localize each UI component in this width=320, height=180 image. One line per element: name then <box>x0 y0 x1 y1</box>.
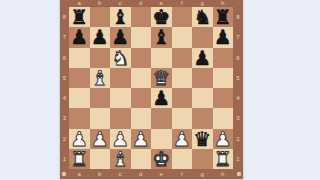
file-label-c: c <box>110 169 131 179</box>
piece-black-rook-a8[interactable]: ♜ <box>70 7 88 27</box>
rank-label-5: 5 <box>233 68 243 88</box>
square-g6[interactable]: ♟ <box>192 48 213 68</box>
square-g8[interactable]: ♞ <box>192 7 213 27</box>
square-f6[interactable] <box>172 48 193 68</box>
piece-white-pawn-h2[interactable]: ♟ <box>214 129 232 149</box>
square-a6[interactable] <box>69 48 90 68</box>
square-f1[interactable] <box>172 149 193 169</box>
square-b2[interactable]: ♟ <box>90 129 111 149</box>
piece-black-bishop-e7[interactable]: ♝ <box>152 27 170 47</box>
piece-white-pawn-c2[interactable]: ♟ <box>111 129 129 149</box>
square-c6[interactable]: ♞ <box>110 48 131 68</box>
square-d7[interactable] <box>131 27 152 47</box>
rank-label-4: 4 <box>233 88 243 108</box>
square-g1[interactable] <box>192 149 213 169</box>
square-c5[interactable] <box>110 68 131 88</box>
square-h5[interactable] <box>213 68 234 88</box>
square-g2[interactable]: ♛ <box>192 129 213 149</box>
square-a7[interactable]: ♟ <box>69 27 90 47</box>
square-a3[interactable] <box>69 108 90 128</box>
rank-label-8: 8 <box>233 7 243 27</box>
file-label-d: d <box>131 169 152 179</box>
square-f8[interactable] <box>172 7 193 27</box>
piece-black-king-e8[interactable]: ♚ <box>152 7 170 27</box>
square-d2[interactable]: ♟ <box>131 129 152 149</box>
rank-label-1: 1 <box>60 149 69 169</box>
rank-labels-left: 87654321 <box>60 7 69 169</box>
file-label-d: d <box>131 0 152 7</box>
chess-board: abcdefgh 87654321 ♜♝♚♞♜♟♟♟♝♟♞♟♝♛♟♟♟♟♟♟♛♟… <box>60 0 243 179</box>
file-label-f: f <box>172 0 193 7</box>
square-f2[interactable]: ♟ <box>172 129 193 149</box>
file-label-g: g <box>192 169 213 179</box>
square-c4[interactable] <box>110 88 131 108</box>
square-e6[interactable] <box>151 48 172 68</box>
square-c8[interactable]: ♝ <box>110 7 131 27</box>
square-g4[interactable] <box>192 88 213 108</box>
piece-black-pawn-b7[interactable]: ♟ <box>91 27 109 47</box>
piece-black-pawn-e4[interactable]: ♟ <box>152 88 170 108</box>
square-b5[interactable]: ♝ <box>90 68 111 88</box>
square-c2[interactable]: ♟ <box>110 129 131 149</box>
piece-white-pawn-d2[interactable]: ♟ <box>132 129 150 149</box>
square-e2[interactable] <box>151 129 172 149</box>
square-g5[interactable] <box>192 68 213 88</box>
piece-black-pawn-h7[interactable]: ♟ <box>214 27 232 47</box>
square-c3[interactable] <box>110 108 131 128</box>
piece-black-knight-g8[interactable]: ♞ <box>193 7 211 27</box>
piece-white-king-e1[interactable]: ♚ <box>152 149 170 169</box>
corner-mark-bottom-left <box>62 172 66 176</box>
piece-white-pawn-f2[interactable]: ♟ <box>173 129 191 149</box>
square-d4[interactable] <box>131 88 152 108</box>
file-label-b: b <box>90 0 111 7</box>
square-a5[interactable] <box>69 68 90 88</box>
square-e3[interactable] <box>151 108 172 128</box>
rank-label-7: 7 <box>60 27 69 47</box>
piece-black-bishop-c8[interactable]: ♝ <box>111 7 129 27</box>
square-f7[interactable] <box>172 27 193 47</box>
rank-label-5: 5 <box>60 68 69 88</box>
file-labels-bottom: abcdefgh <box>69 169 233 179</box>
rank-label-6: 6 <box>233 48 243 68</box>
square-h8[interactable]: ♜ <box>213 7 234 27</box>
square-g3[interactable] <box>192 108 213 128</box>
square-a8[interactable]: ♜ <box>69 7 90 27</box>
square-b8[interactable] <box>90 7 111 27</box>
file-label-f: f <box>172 169 193 179</box>
square-b1[interactable] <box>90 149 111 169</box>
piece-white-bishop-c1[interactable]: ♝ <box>111 149 129 169</box>
piece-black-pawn-a7[interactable]: ♟ <box>70 27 88 47</box>
square-h1[interactable]: ♜ <box>213 149 234 169</box>
square-c7[interactable]: ♟ <box>110 27 131 47</box>
rank-label-3: 3 <box>233 108 243 128</box>
square-e7[interactable]: ♝ <box>151 27 172 47</box>
piece-black-pawn-c7[interactable]: ♟ <box>111 27 129 47</box>
piece-white-rook-h1[interactable]: ♜ <box>214 149 232 169</box>
square-d6[interactable] <box>131 48 152 68</box>
rank-label-8: 8 <box>60 7 69 27</box>
square-f4[interactable] <box>172 88 193 108</box>
square-d3[interactable] <box>131 108 152 128</box>
rank-label-6: 6 <box>60 48 69 68</box>
piece-white-rook-a1[interactable]: ♜ <box>70 149 88 169</box>
piece-black-rook-h8[interactable]: ♜ <box>214 7 232 27</box>
square-d5[interactable] <box>131 68 152 88</box>
square-b7[interactable]: ♟ <box>90 27 111 47</box>
square-a2[interactable]: ♟ <box>69 129 90 149</box>
corner-mark-bottom-right <box>237 172 241 176</box>
piece-white-pawn-a2[interactable]: ♟ <box>70 129 88 149</box>
file-label-a: a <box>69 169 90 179</box>
square-h2[interactable]: ♟ <box>213 129 234 149</box>
square-e1[interactable]: ♚ <box>151 149 172 169</box>
file-label-e: e <box>151 169 172 179</box>
rank-labels-right: 87654321 <box>233 7 243 169</box>
square-f5[interactable] <box>172 68 193 88</box>
page-background: abcdefgh 87654321 ♜♝♚♞♜♟♟♟♝♟♞♟♝♛♟♟♟♟♟♟♛♟… <box>0 0 320 180</box>
square-g7[interactable] <box>192 27 213 47</box>
square-h4[interactable] <box>213 88 234 108</box>
piece-white-bishop-b5[interactable]: ♝ <box>91 68 109 88</box>
file-label-b: b <box>90 169 111 179</box>
rank-label-1: 1 <box>233 149 243 169</box>
file-label-h: h <box>213 169 234 179</box>
rank-label-3: 3 <box>60 108 69 128</box>
square-h7[interactable]: ♟ <box>213 27 234 47</box>
square-f3[interactable] <box>172 108 193 128</box>
square-h6[interactable] <box>213 48 234 68</box>
square-a4[interactable] <box>69 88 90 108</box>
square-c1[interactable]: ♝ <box>110 149 131 169</box>
rank-label-4: 4 <box>60 88 69 108</box>
square-d8[interactable] <box>131 7 152 27</box>
square-b3[interactable] <box>90 108 111 128</box>
square-a1[interactable]: ♜ <box>69 149 90 169</box>
rank-label-2: 2 <box>233 129 243 149</box>
rank-label-2: 2 <box>60 129 69 149</box>
piece-white-knight-c6[interactable]: ♞ <box>111 48 129 68</box>
piece-black-pawn-g6[interactable]: ♟ <box>193 48 211 68</box>
square-e8[interactable]: ♚ <box>151 7 172 27</box>
square-e4[interactable]: ♟ <box>151 88 172 108</box>
square-b4[interactable] <box>90 88 111 108</box>
square-e5[interactable]: ♛ <box>151 68 172 88</box>
square-b6[interactable] <box>90 48 111 68</box>
piece-white-queen-e5[interactable]: ♛ <box>152 68 170 88</box>
board-grid: ♜♝♚♞♜♟♟♟♝♟♞♟♝♛♟♟♟♟♟♟♛♟♜♝♚♜ <box>69 7 233 169</box>
square-h3[interactable] <box>213 108 234 128</box>
square-d1[interactable] <box>131 149 152 169</box>
rank-label-7: 7 <box>233 27 243 47</box>
piece-white-pawn-b2[interactable]: ♟ <box>91 129 109 149</box>
piece-black-queen-g2[interactable]: ♛ <box>193 129 211 149</box>
